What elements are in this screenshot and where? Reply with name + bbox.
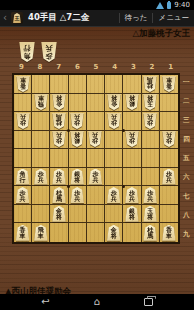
actionbar-divider <box>119 13 120 23</box>
board-cell-9三[interactable]: 歩兵 <box>14 112 32 131</box>
board-cell-3一[interactable] <box>123 75 141 94</box>
file-label: 4 <box>112 63 117 71</box>
gote-piece-G[interactable]: 金将 <box>107 94 121 110</box>
star-point <box>122 185 125 188</box>
file-label: 2 <box>150 63 155 71</box>
board-cell-2一[interactable]: 桂馬 <box>142 75 160 94</box>
sente-piece-B[interactable]: 角行 <box>16 169 30 185</box>
file-label: 6 <box>75 63 80 71</box>
board-cell-6九[interactable] <box>69 223 87 242</box>
board-cell-4六[interactable] <box>105 168 123 187</box>
app-icon[interactable]: 王 <box>11 12 23 24</box>
gote-piece-N[interactable]: 桂馬 <box>52 113 66 129</box>
sente-piece-N[interactable]: 桂馬 <box>52 187 66 203</box>
board-cell-9四[interactable] <box>14 131 32 150</box>
board-cell-6六[interactable]: 銀将 <box>69 168 87 187</box>
sente-piece-S[interactable]: 銀将 <box>125 206 139 222</box>
gote-piece-K[interactable]: 玉将 <box>143 94 157 110</box>
gote-piece-S[interactable]: 銀将 <box>125 94 139 110</box>
board-cell-6二[interactable] <box>69 94 87 113</box>
sente-piece-L[interactable]: 香車 <box>162 225 176 241</box>
rank-label: 一 <box>183 78 190 87</box>
rank-label: 四 <box>183 135 190 144</box>
action-bar: ‹ 王 40手目 △7二金 待った メニュー <box>0 10 194 27</box>
gote-piece-S[interactable]: 銀将 <box>70 131 84 147</box>
gote-piece-B[interactable]: 角行 <box>19 42 35 62</box>
sente-piece-K[interactable]: 玉将 <box>143 206 157 222</box>
gote-piece-N[interactable]: 桂馬 <box>143 76 157 92</box>
board-cell-4九[interactable]: 金将 <box>105 223 123 242</box>
board-cell-2八[interactable]: 玉将 <box>142 205 160 224</box>
board-cell-4四[interactable] <box>105 131 123 150</box>
board-cell-2四[interactable] <box>142 131 160 150</box>
rank-label: 五 <box>183 154 190 163</box>
board-cell-4八[interactable] <box>105 205 123 224</box>
file-labels: 987654321 <box>12 63 180 71</box>
gote-piece-P[interactable]: 歩兵 <box>125 131 139 147</box>
gote-piece-P[interactable]: 歩兵 <box>88 131 102 147</box>
board-cell-3二[interactable]: 銀将 <box>123 94 141 113</box>
gote-piece-P[interactable]: 歩兵 <box>107 113 121 129</box>
board-cell-3六[interactable] <box>123 168 141 187</box>
sente-piece-L[interactable]: 香車 <box>16 225 30 241</box>
gote-piece-P[interactable]: 歩兵 <box>162 131 176 147</box>
sente-piece-P[interactable]: 歩兵 <box>52 169 66 185</box>
file-label: 5 <box>94 63 99 71</box>
board-cell-5五[interactable] <box>87 149 105 168</box>
board-cell-1八[interactable] <box>160 205 178 224</box>
sente-piece-P[interactable]: 歩兵 <box>88 169 102 185</box>
board-cell-6七[interactable]: 歩兵 <box>69 186 87 205</box>
board-cell-1三[interactable] <box>160 112 178 131</box>
board-cell-4二[interactable]: 金将 <box>105 94 123 113</box>
move-title: 40手目 △7二金 <box>28 12 89 24</box>
board-cell-5七[interactable] <box>87 186 105 205</box>
board-cell-3八[interactable]: 銀将 <box>123 205 141 224</box>
sente-piece-P[interactable]: 歩兵 <box>143 187 157 203</box>
board-cell-6五[interactable] <box>69 149 87 168</box>
board-cell-5四[interactable]: 歩兵 <box>87 131 105 150</box>
shogi-piece-icon: 王 <box>13 13 21 23</box>
board-cell-2二[interactable]: 玉将 <box>142 94 160 113</box>
board-cell-7六[interactable]: 歩兵 <box>50 168 68 187</box>
board-cell-5九[interactable] <box>87 223 105 242</box>
board-cell-8九[interactable]: 飛車 <box>32 223 50 242</box>
board-cell-3九[interactable] <box>123 223 141 242</box>
gote-player-name: △加藤桃子女王 <box>132 28 190 40</box>
gote-piece-L[interactable]: 香車 <box>16 76 30 92</box>
board-cell-6八[interactable] <box>69 205 87 224</box>
rank-label: 三 <box>183 116 190 125</box>
board-cell-1一[interactable]: 香車 <box>160 75 178 94</box>
board-cell-1九[interactable]: 香車 <box>160 223 178 242</box>
actionbar-divider <box>152 13 153 23</box>
sente-piece-P[interactable]: 歩兵 <box>107 187 121 203</box>
board-cell-2九[interactable]: 桂馬 <box>142 223 160 242</box>
rank-labels: 一二三四五六七八九 <box>183 73 190 244</box>
board-cell-1五[interactable] <box>160 149 178 168</box>
board-cell-6一[interactable] <box>69 75 87 94</box>
android-nav-bar: ↩ ⌂ <box>0 294 194 310</box>
board-cell-8二[interactable]: 飛車 <box>32 94 50 113</box>
gote-piece-P[interactable]: 歩兵 <box>52 131 66 147</box>
status-time: 9:40 <box>174 0 190 10</box>
menu-button[interactable]: メニュー <box>155 13 192 23</box>
board-cell-5六[interactable]: 歩兵 <box>87 168 105 187</box>
gote-piece-L[interactable]: 香車 <box>162 76 176 92</box>
board-cell-4三[interactable]: 歩兵 <box>105 112 123 131</box>
board-cell-8七[interactable] <box>32 186 50 205</box>
board-cell-4七[interactable]: 歩兵 <box>105 186 123 205</box>
board-cell-3四[interactable]: 歩兵 <box>123 131 141 150</box>
wifi-icon <box>156 2 164 9</box>
board-cell-4五[interactable] <box>105 149 123 168</box>
star-point <box>122 129 125 132</box>
board-cell-2三[interactable]: 歩兵 <box>142 112 160 131</box>
sente-piece-G[interactable]: 金将 <box>107 225 121 241</box>
shogi-board: 香車桂馬香車飛車金将金将銀将玉将歩兵桂馬歩兵歩兵歩兵歩兵銀将歩兵歩兵歩兵角行歩兵… <box>12 73 180 244</box>
board-cell-6三[interactable]: 歩兵 <box>69 112 87 131</box>
board-cell-2六[interactable] <box>142 168 160 187</box>
board-cell-1二[interactable] <box>160 94 178 113</box>
battery-icon <box>167 2 171 9</box>
sente-piece-P[interactable]: 歩兵 <box>34 169 48 185</box>
file-label: 8 <box>38 63 43 71</box>
board-cell-8四[interactable] <box>32 131 50 150</box>
gote-piece-P[interactable]: 歩兵 <box>16 113 30 129</box>
board-cell-9一[interactable]: 香車 <box>14 75 32 94</box>
board-cell-7一[interactable] <box>50 75 68 94</box>
board-cell-9二[interactable] <box>14 94 32 113</box>
star-point <box>67 129 70 132</box>
gote-piece-G[interactable]: 金将 <box>52 94 66 110</box>
board-cell-7八[interactable]: 金将 <box>50 205 68 224</box>
sente-piece-P[interactable]: 歩兵 <box>162 169 176 185</box>
gote-piece-P[interactable]: 歩兵 <box>70 113 84 129</box>
sente-piece-P[interactable]: 歩兵 <box>16 187 30 203</box>
board-cell-9九[interactable]: 香車 <box>14 223 32 242</box>
sente-piece-P[interactable]: 歩兵 <box>125 187 139 203</box>
board-cell-5二[interactable] <box>87 94 105 113</box>
board-cell-5八[interactable] <box>87 205 105 224</box>
shogi-app-screen: 9:40 ‹ 王 40手目 △7二金 待った メニュー △加藤桃子女王 角行歩兵… <box>0 0 194 310</box>
board-cell-1四[interactable]: 歩兵 <box>160 131 178 150</box>
board-cell-7三[interactable]: 桂馬 <box>50 112 68 131</box>
rank-label: 九 <box>183 230 190 239</box>
board-cell-7五[interactable] <box>50 149 68 168</box>
board-cell-8五[interactable] <box>32 149 50 168</box>
rank-label: 八 <box>183 211 190 220</box>
nav-home-icon[interactable]: ⌂ <box>94 294 100 310</box>
rank-label: 六 <box>183 173 190 182</box>
nav-recents-icon[interactable] <box>144 298 153 306</box>
gote-hand-tray: 角行歩兵 <box>19 42 57 62</box>
star-point <box>67 185 70 188</box>
status-bar: 9:40 <box>0 0 194 10</box>
undo-button[interactable]: 待った <box>122 13 151 23</box>
sente-piece-R[interactable]: 飛車 <box>34 225 48 241</box>
file-label: 7 <box>56 63 61 71</box>
board-cell-2五[interactable] <box>142 149 160 168</box>
board-cell-4一[interactable] <box>105 75 123 94</box>
board-cell-3五[interactable] <box>123 149 141 168</box>
board-cell-1七[interactable] <box>160 186 178 205</box>
rank-label: 二 <box>183 97 190 106</box>
gote-piece-R[interactable]: 飛車 <box>34 94 48 110</box>
nav-back-icon[interactable]: ↩ <box>41 294 49 310</box>
board-cell-3三[interactable] <box>123 112 141 131</box>
board-cell-1六[interactable]: 歩兵 <box>160 168 178 187</box>
board-cell-7七[interactable]: 桂馬 <box>50 186 68 205</box>
sente-piece-S[interactable]: 銀将 <box>70 169 84 185</box>
sente-piece-G[interactable]: 金将 <box>52 206 66 222</box>
board-cell-8三[interactable] <box>32 112 50 131</box>
rank-label: 七 <box>183 192 190 201</box>
sente-piece-N[interactable]: 桂馬 <box>143 225 157 241</box>
board-cell-3七[interactable]: 歩兵 <box>123 186 141 205</box>
sente-piece-P[interactable]: 歩兵 <box>70 187 84 203</box>
file-label: 3 <box>131 63 136 71</box>
gote-piece-P[interactable]: 歩兵 <box>41 42 57 62</box>
board-cell-9八[interactable] <box>14 205 32 224</box>
board-cell-9五[interactable] <box>14 149 32 168</box>
board-cell-9六[interactable]: 角行 <box>14 168 32 187</box>
board-cell-7四[interactable]: 歩兵 <box>50 131 68 150</box>
back-chevron-icon[interactable]: ‹ <box>3 10 7 26</box>
file-label: 9 <box>19 63 24 71</box>
board-cell-7九[interactable] <box>50 223 68 242</box>
board-cell-2七[interactable]: 歩兵 <box>142 186 160 205</box>
board-cell-8六[interactable]: 歩兵 <box>32 168 50 187</box>
gote-piece-P[interactable]: 歩兵 <box>143 113 157 129</box>
board-cell-5一[interactable] <box>87 75 105 94</box>
board-cell-8八[interactable] <box>32 205 50 224</box>
board-cell-9七[interactable]: 歩兵 <box>14 186 32 205</box>
file-label: 1 <box>168 63 173 71</box>
board-cell-7二[interactable]: 金将 <box>50 94 68 113</box>
board-cell-5三[interactable] <box>87 112 105 131</box>
board-cell-6四[interactable]: 銀将 <box>69 131 87 150</box>
board-cell-8一[interactable] <box>32 75 50 94</box>
